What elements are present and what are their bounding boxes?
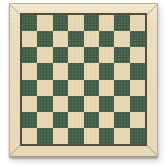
square-r4c5 <box>84 63 99 79</box>
frame-miter-joint-bottom-right <box>146 145 157 156</box>
square-r6c8 <box>130 96 145 112</box>
square-r4c6 <box>99 63 114 79</box>
board-grid <box>20 13 147 146</box>
square-r1c3 <box>53 15 68 31</box>
square-r4c7 <box>114 63 129 79</box>
square-r8c4 <box>68 128 83 144</box>
square-r4c1 <box>22 63 37 79</box>
square-r6c7 <box>114 96 129 112</box>
square-r6c2 <box>37 96 52 112</box>
square-r7c2 <box>37 112 52 128</box>
square-r1c7 <box>114 15 129 31</box>
square-r8c7 <box>114 128 129 144</box>
square-r5c8 <box>130 80 145 96</box>
square-r5c7 <box>114 80 129 96</box>
square-r6c6 <box>99 96 114 112</box>
square-r2c4 <box>68 31 83 47</box>
square-r3c7 <box>114 47 129 63</box>
square-r2c6 <box>99 31 114 47</box>
square-r2c2 <box>37 31 52 47</box>
frame-miter-joint-top-left <box>9 4 20 15</box>
square-r4c8 <box>130 63 145 79</box>
square-r8c8 <box>130 128 145 144</box>
square-r2c5 <box>84 31 99 47</box>
square-r8c5 <box>84 128 99 144</box>
square-r4c4 <box>68 63 83 79</box>
photo-background <box>0 0 168 167</box>
square-r7c8 <box>130 112 145 128</box>
square-r8c1 <box>22 128 37 144</box>
square-r6c3 <box>53 96 68 112</box>
square-r3c3 <box>53 47 68 63</box>
square-r7c5 <box>84 112 99 128</box>
frame-miter-joint-bottom-left <box>9 145 20 156</box>
square-r7c6 <box>99 112 114 128</box>
square-r8c3 <box>53 128 68 144</box>
square-r2c8 <box>130 31 145 47</box>
square-r5c4 <box>68 80 83 96</box>
square-r5c6 <box>99 80 114 96</box>
square-r1c1 <box>22 15 37 31</box>
square-r6c4 <box>68 96 83 112</box>
square-r5c3 <box>53 80 68 96</box>
square-r3c6 <box>99 47 114 63</box>
square-r1c4 <box>68 15 83 31</box>
square-r1c8 <box>130 15 145 31</box>
square-r7c4 <box>68 112 83 128</box>
square-r3c5 <box>84 47 99 63</box>
square-r7c7 <box>114 112 129 128</box>
square-r6c1 <box>22 96 37 112</box>
square-r3c2 <box>37 47 52 63</box>
square-r5c5 <box>84 80 99 96</box>
square-r4c2 <box>37 63 52 79</box>
square-r2c3 <box>53 31 68 47</box>
square-r2c7 <box>114 31 129 47</box>
square-r7c1 <box>22 112 37 128</box>
square-r5c2 <box>37 80 52 96</box>
frame-miter-joint-top-right <box>146 4 157 15</box>
square-r1c6 <box>99 15 114 31</box>
square-r4c3 <box>53 63 68 79</box>
square-r3c1 <box>22 47 37 63</box>
square-r1c2 <box>37 15 52 31</box>
square-r8c6 <box>99 128 114 144</box>
square-r2c1 <box>22 31 37 47</box>
square-r1c5 <box>84 15 99 31</box>
square-r3c8 <box>130 47 145 63</box>
square-r5c1 <box>22 80 37 96</box>
square-r6c5 <box>84 96 99 112</box>
square-r7c3 <box>53 112 68 128</box>
game-board <box>9 3 158 157</box>
square-r8c2 <box>37 128 52 144</box>
square-r3c4 <box>68 47 83 63</box>
